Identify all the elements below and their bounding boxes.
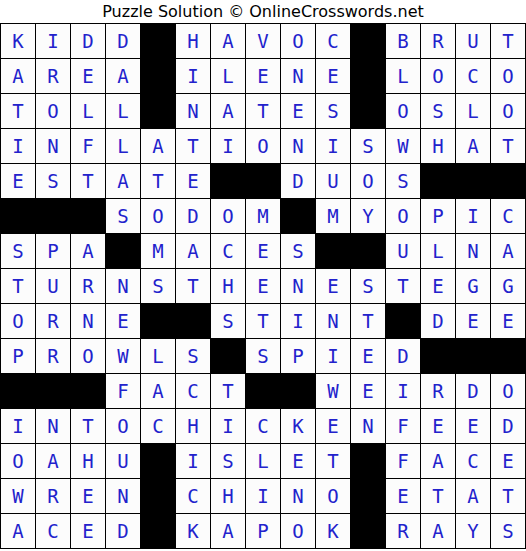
letter-cell-r14c7: H [211, 479, 245, 513]
letter-cell-r6c12: O [386, 199, 420, 233]
letter-cell-r9c1: O [1, 304, 35, 338]
block-cell-r5c8 [246, 164, 280, 198]
letter-cell-r3c4: L [106, 94, 140, 128]
letter-cell-r2c7: L [211, 59, 245, 93]
letter-cell-r9c11: T [351, 304, 385, 338]
letter-cell-r3c7: A [211, 94, 245, 128]
letter-cell-r13c13: A [421, 444, 455, 478]
letter-cell-r12c7: I [211, 409, 245, 443]
letter-cell-r15c6: K [176, 514, 210, 548]
letter-cell-r8c15: G [491, 269, 525, 303]
letter-cell-r15c12: R [386, 514, 420, 548]
block-cell-r15c11 [351, 514, 385, 548]
letter-cell-r12c8: C [246, 409, 280, 443]
block-cell-r7c4 [106, 234, 140, 268]
letter-cell-r11c15: O [491, 374, 525, 408]
letter-cell-r9c3: N [71, 304, 105, 338]
letter-cell-r8c11: S [351, 269, 385, 303]
letter-cell-r10c5: L [141, 339, 175, 373]
letter-cell-r13c4: U [106, 444, 140, 478]
letter-cell-r8c1: T [1, 269, 35, 303]
letter-cell-r14c2: R [36, 479, 70, 513]
block-cell-r7c10 [316, 234, 350, 268]
letter-cell-r12c11: N [351, 409, 385, 443]
letter-cell-r12c10: E [316, 409, 350, 443]
letter-cell-r10c12: D [386, 339, 420, 373]
block-cell-r11c2 [36, 374, 70, 408]
letter-cell-r11c7: T [211, 374, 245, 408]
letter-cell-r5c4: A [106, 164, 140, 198]
block-cell-r9c5 [141, 304, 175, 338]
letter-cell-r11c4: F [106, 374, 140, 408]
letter-cell-r15c2: C [36, 514, 70, 548]
letter-cell-r14c15: T [491, 479, 525, 513]
letter-cell-r7c2: P [36, 234, 70, 268]
block-cell-r5c15 [491, 164, 525, 198]
letter-cell-r5c12: S [386, 164, 420, 198]
letter-cell-r8c10: E [316, 269, 350, 303]
letter-cell-r4c13: H [421, 129, 455, 163]
letter-cell-r9c2: R [36, 304, 70, 338]
block-cell-r6c3 [71, 199, 105, 233]
letter-cell-r5c3: T [71, 164, 105, 198]
letter-cell-r10c11: E [351, 339, 385, 373]
letter-cell-r8c7: H [211, 269, 245, 303]
letter-cell-r3c10: S [316, 94, 350, 128]
letter-cell-r6c7: O [211, 199, 245, 233]
letter-cell-r3c15: O [491, 94, 525, 128]
crossword-grid: KIDDHAVOCBRUTAREAILENELOCOTOLLNATESOSLOI… [0, 23, 526, 549]
letter-cell-r5c11: O [351, 164, 385, 198]
block-cell-r9c6 [176, 304, 210, 338]
letter-cell-r8c6: T [176, 269, 210, 303]
letter-cell-r5c2: S [36, 164, 70, 198]
letter-cell-r3c9: E [281, 94, 315, 128]
block-cell-r14c5 [141, 479, 175, 513]
letter-cell-r10c9: P [281, 339, 315, 373]
letter-cell-r4c15: T [491, 129, 525, 163]
letter-cell-r2c14: C [456, 59, 490, 93]
letter-cell-r7c15: A [491, 234, 525, 268]
letter-cell-r5c1: E [1, 164, 35, 198]
letter-cell-r2c13: O [421, 59, 455, 93]
letter-cell-r11c13: R [421, 374, 455, 408]
letter-cell-r9c15: E [491, 304, 525, 338]
letter-cell-r9c14: E [456, 304, 490, 338]
block-cell-r10c14 [456, 339, 490, 373]
letter-cell-r3c13: S [421, 94, 455, 128]
letter-cell-r7c9: S [281, 234, 315, 268]
letter-cell-r14c4: N [106, 479, 140, 513]
letter-cell-r8c9: N [281, 269, 315, 303]
letter-cell-r11c11: E [351, 374, 385, 408]
letter-cell-r10c4: W [106, 339, 140, 373]
letter-cell-r1c2: I [36, 24, 70, 58]
letter-cell-r1c10: C [316, 24, 350, 58]
letter-cell-r12c13: E [421, 409, 455, 443]
letter-cell-r13c8: L [246, 444, 280, 478]
letter-cell-r7c6: A [176, 234, 210, 268]
letter-cell-r13c7: S [211, 444, 245, 478]
letter-cell-r8c5: S [141, 269, 175, 303]
letter-cell-r6c6: D [176, 199, 210, 233]
letter-cell-r7c7: C [211, 234, 245, 268]
letter-cell-r6c11: Y [351, 199, 385, 233]
block-cell-r7c11 [351, 234, 385, 268]
letter-cell-r1c6: H [176, 24, 210, 58]
letter-cell-r4c10: I [316, 129, 350, 163]
letter-cell-r15c4: D [106, 514, 140, 548]
letter-cell-r2c12: L [386, 59, 420, 93]
letter-cell-r4c3: F [71, 129, 105, 163]
block-cell-r10c13 [421, 339, 455, 373]
letter-cell-r4c7: I [211, 129, 245, 163]
letter-cell-r3c3: L [71, 94, 105, 128]
letter-cell-r15c13: A [421, 514, 455, 548]
block-cell-r1c11 [351, 24, 385, 58]
letter-cell-r10c1: P [1, 339, 35, 373]
block-cell-r6c1 [1, 199, 35, 233]
letter-cell-r15c10: K [316, 514, 350, 548]
letter-cell-r9c7: S [211, 304, 245, 338]
letter-cell-r8c8: E [246, 269, 280, 303]
letter-cell-r6c13: P [421, 199, 455, 233]
letter-cell-r13c12: F [386, 444, 420, 478]
letter-cell-r11c5: A [141, 374, 175, 408]
letter-cell-r7c8: E [246, 234, 280, 268]
letter-cell-r13c3: H [71, 444, 105, 478]
letter-cell-r9c4: E [106, 304, 140, 338]
letter-cell-r12c1: I [1, 409, 35, 443]
letter-cell-r1c12: B [386, 24, 420, 58]
letter-cell-r4c5: A [141, 129, 175, 163]
letter-cell-r2c4: A [106, 59, 140, 93]
letter-cell-r10c6: S [176, 339, 210, 373]
block-cell-r1c5 [141, 24, 175, 58]
letter-cell-r14c9: N [281, 479, 315, 513]
letter-cell-r5c5: T [141, 164, 175, 198]
letter-cell-r15c3: E [71, 514, 105, 548]
letter-cell-r1c15: T [491, 24, 525, 58]
block-cell-r5c7 [211, 164, 245, 198]
letter-cell-r11c14: D [456, 374, 490, 408]
block-cell-r6c2 [36, 199, 70, 233]
block-cell-r11c8 [246, 374, 280, 408]
letter-cell-r12c2: N [36, 409, 70, 443]
letter-cell-r6c4: S [106, 199, 140, 233]
letter-cell-r10c3: O [71, 339, 105, 373]
block-cell-r2c5 [141, 59, 175, 93]
letter-cell-r5c9: D [281, 164, 315, 198]
letter-cell-r4c14: A [456, 129, 490, 163]
letter-cell-r7c3: A [71, 234, 105, 268]
letter-cell-r12c6: H [176, 409, 210, 443]
letter-cell-r2c3: E [71, 59, 105, 93]
letter-cell-r7c1: S [1, 234, 35, 268]
letter-cell-r13c10: T [316, 444, 350, 478]
letter-cell-r5c10: U [316, 164, 350, 198]
block-cell-r9c12 [386, 304, 420, 338]
letter-cell-r9c9: I [281, 304, 315, 338]
letter-cell-r6c8: M [246, 199, 280, 233]
letter-cell-r13c15: E [491, 444, 525, 478]
letter-cell-r8c3: R [71, 269, 105, 303]
letter-cell-r15c15: S [491, 514, 525, 548]
letter-cell-r4c12: W [386, 129, 420, 163]
letter-cell-r2c6: I [176, 59, 210, 93]
block-cell-r15c5 [141, 514, 175, 548]
letter-cell-r6c15: C [491, 199, 525, 233]
letter-cell-r1c13: R [421, 24, 455, 58]
block-cell-r11c3 [71, 374, 105, 408]
letter-cell-r14c8: I [246, 479, 280, 513]
puzzle-solution-page: Puzzle Solution © OnlineCrosswords.net K… [0, 0, 526, 551]
letter-cell-r9c8: T [246, 304, 280, 338]
page-title: Puzzle Solution © OnlineCrosswords.net [0, 0, 526, 23]
block-cell-r2c11 [351, 59, 385, 93]
letter-cell-r9c10: N [316, 304, 350, 338]
letter-cell-r12c9: K [281, 409, 315, 443]
letter-cell-r2c9: N [281, 59, 315, 93]
letter-cell-r7c13: L [421, 234, 455, 268]
letter-cell-r12c12: F [386, 409, 420, 443]
letter-cell-r12c3: T [71, 409, 105, 443]
letter-cell-r1c3: D [71, 24, 105, 58]
letter-cell-r3c1: T [1, 94, 35, 128]
letter-cell-r15c14: Y [456, 514, 490, 548]
letter-cell-r7c14: N [456, 234, 490, 268]
letter-cell-r3c8: T [246, 94, 280, 128]
letter-cell-r1c4: D [106, 24, 140, 58]
letter-cell-r6c14: I [456, 199, 490, 233]
block-cell-r5c13 [421, 164, 455, 198]
letter-cell-r1c8: V [246, 24, 280, 58]
letter-cell-r2c15: O [491, 59, 525, 93]
letter-cell-r3c12: O [386, 94, 420, 128]
letter-cell-r8c12: T [386, 269, 420, 303]
block-cell-r6c9 [281, 199, 315, 233]
block-cell-r10c15 [491, 339, 525, 373]
letter-cell-r13c9: E [281, 444, 315, 478]
letter-cell-r2c10: E [316, 59, 350, 93]
letter-cell-r14c3: E [71, 479, 105, 513]
letter-cell-r6c5: O [141, 199, 175, 233]
letter-cell-r10c8: S [246, 339, 280, 373]
letter-cell-r4c4: L [106, 129, 140, 163]
letter-cell-r8c13: E [421, 269, 455, 303]
letter-cell-r9c13: D [421, 304, 455, 338]
letter-cell-r7c12: U [386, 234, 420, 268]
letter-cell-r15c8: P [246, 514, 280, 548]
letter-cell-r4c2: N [36, 129, 70, 163]
letter-cell-r13c6: I [176, 444, 210, 478]
letter-cell-r1c9: O [281, 24, 315, 58]
letter-cell-r14c10: O [316, 479, 350, 513]
block-cell-r13c5 [141, 444, 175, 478]
letter-cell-r12c5: C [141, 409, 175, 443]
letter-cell-r15c7: A [211, 514, 245, 548]
block-cell-r11c9 [281, 374, 315, 408]
letter-cell-r1c1: K [1, 24, 35, 58]
letter-cell-r14c1: W [1, 479, 35, 513]
letter-cell-r4c8: O [246, 129, 280, 163]
letter-cell-r4c6: T [176, 129, 210, 163]
letter-cell-r4c11: S [351, 129, 385, 163]
letter-cell-r1c7: A [211, 24, 245, 58]
letter-cell-r11c10: W [316, 374, 350, 408]
letter-cell-r14c14: A [456, 479, 490, 513]
block-cell-r10c7 [211, 339, 245, 373]
letter-cell-r4c9: N [281, 129, 315, 163]
letter-cell-r10c2: R [36, 339, 70, 373]
block-cell-r11c1 [1, 374, 35, 408]
letter-cell-r3c6: N [176, 94, 210, 128]
letter-cell-r6c10: M [316, 199, 350, 233]
letter-cell-r2c1: A [1, 59, 35, 93]
letter-cell-r5c6: E [176, 164, 210, 198]
letter-cell-r4c1: I [1, 129, 35, 163]
letter-cell-r7c5: M [141, 234, 175, 268]
block-cell-r3c11 [351, 94, 385, 128]
letter-cell-r2c8: E [246, 59, 280, 93]
letter-cell-r8c14: G [456, 269, 490, 303]
letter-cell-r12c15: D [491, 409, 525, 443]
block-cell-r13c11 [351, 444, 385, 478]
letter-cell-r1c14: U [456, 24, 490, 58]
letter-cell-r11c6: C [176, 374, 210, 408]
letter-cell-r15c9: O [281, 514, 315, 548]
letter-cell-r13c14: C [456, 444, 490, 478]
letter-cell-r14c13: T [421, 479, 455, 513]
letter-cell-r8c2: U [36, 269, 70, 303]
letter-cell-r12c4: O [106, 409, 140, 443]
block-cell-r3c5 [141, 94, 175, 128]
letter-cell-r3c2: O [36, 94, 70, 128]
block-cell-r14c11 [351, 479, 385, 513]
letter-cell-r11c12: I [386, 374, 420, 408]
letter-cell-r2c2: R [36, 59, 70, 93]
letter-cell-r13c2: A [36, 444, 70, 478]
letter-cell-r13c1: O [1, 444, 35, 478]
letter-cell-r14c6: C [176, 479, 210, 513]
letter-cell-r3c14: L [456, 94, 490, 128]
letter-cell-r15c1: A [1, 514, 35, 548]
letter-cell-r8c4: N [106, 269, 140, 303]
letter-cell-r10c10: I [316, 339, 350, 373]
letter-cell-r12c14: E [456, 409, 490, 443]
letter-cell-r14c12: E [386, 479, 420, 513]
block-cell-r5c14 [456, 164, 490, 198]
